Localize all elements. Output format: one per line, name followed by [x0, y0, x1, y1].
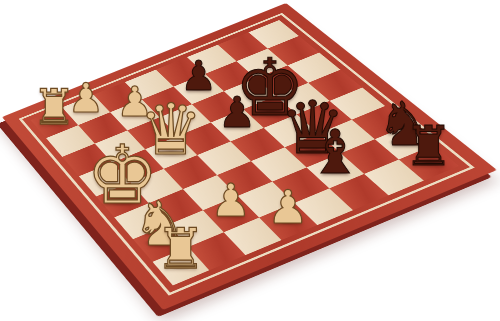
black-bishop-g6[interactable]: ♝	[308, 122, 363, 183]
white-pawn-g3[interactable]: ♟	[210, 178, 251, 223]
black-rook-h8[interactable]: ♜	[404, 119, 453, 174]
pieces-layer: ♜♟♟♛♚♞♟♜♟♟♟♚♛♝♞♜	[0, 0, 500, 321]
white-rook-a1[interactable]: ♜	[32, 84, 76, 133]
white-pawn-h4[interactable]: ♟	[267, 184, 308, 230]
white-rook-h1[interactable]: ♜	[156, 221, 206, 277]
photo-background: ♜♟♟♛♚♞♟♜♟♟♟♚♛♝♞♜	[0, 0, 500, 321]
black-pawn-d5[interactable]: ♟	[218, 91, 256, 134]
